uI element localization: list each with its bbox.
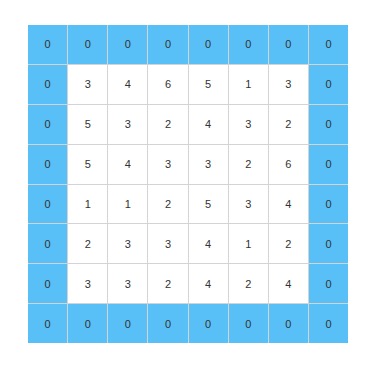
value-cell[interactable]: 6	[269, 145, 308, 184]
value-cell[interactable]: 3	[229, 185, 268, 224]
value-cell[interactable]: 3	[68, 65, 107, 104]
value-cell[interactable]: 3	[189, 145, 228, 184]
padding-cell[interactable]: 0	[309, 304, 348, 343]
value-cell[interactable]: 1	[229, 65, 268, 104]
value-cell[interactable]: 3	[108, 264, 147, 303]
value-cell[interactable]: 1	[108, 185, 147, 224]
padding-cell[interactable]: 0	[28, 105, 67, 144]
value-cell[interactable]: 5	[68, 145, 107, 184]
value-cell[interactable]: 4	[108, 145, 147, 184]
padding-cell[interactable]: 0	[28, 65, 67, 104]
value-cell[interactable]: 3	[148, 224, 187, 263]
padding-cell[interactable]: 0	[28, 224, 67, 263]
padding-cell[interactable]: 0	[309, 145, 348, 184]
padding-cell[interactable]: 0	[189, 304, 228, 343]
page: 0000000003465130053243200543326001125340…	[0, 0, 377, 380]
value-cell[interactable]: 6	[148, 65, 187, 104]
padding-cell[interactable]: 0	[68, 25, 107, 64]
value-cell[interactable]: 4	[108, 65, 147, 104]
value-cell[interactable]: 2	[229, 145, 268, 184]
value-cell[interactable]: 4	[189, 105, 228, 144]
value-cell[interactable]: 2	[148, 105, 187, 144]
padding-cell[interactable]: 0	[309, 25, 348, 64]
value-cell[interactable]: 3	[108, 105, 147, 144]
value-cell[interactable]: 1	[229, 224, 268, 263]
value-cell[interactable]: 5	[189, 65, 228, 104]
padding-cell[interactable]: 0	[229, 304, 268, 343]
puzzle-grid: 0000000003465130053243200543326001125340…	[28, 25, 348, 343]
padding-cell[interactable]: 0	[28, 145, 67, 184]
value-cell[interactable]: 2	[269, 105, 308, 144]
padding-cell[interactable]: 0	[309, 264, 348, 303]
padding-cell[interactable]: 0	[108, 25, 147, 64]
padding-cell[interactable]: 0	[28, 304, 67, 343]
padding-cell[interactable]: 0	[148, 304, 187, 343]
value-cell[interactable]: 2	[229, 264, 268, 303]
padding-cell[interactable]: 0	[309, 105, 348, 144]
padding-cell[interactable]: 0	[309, 224, 348, 263]
value-cell[interactable]: 4	[189, 224, 228, 263]
padding-cell[interactable]: 0	[309, 185, 348, 224]
value-cell[interactable]: 5	[68, 105, 107, 144]
value-cell[interactable]: 3	[68, 264, 107, 303]
padding-cell[interactable]: 0	[148, 25, 187, 64]
value-cell[interactable]: 2	[148, 185, 187, 224]
value-cell[interactable]: 4	[269, 264, 308, 303]
value-cell[interactable]: 3	[229, 105, 268, 144]
padding-cell[interactable]: 0	[68, 304, 107, 343]
value-cell[interactable]: 3	[148, 145, 187, 184]
value-cell[interactable]: 2	[269, 224, 308, 263]
padding-cell[interactable]: 0	[309, 65, 348, 104]
padding-cell[interactable]: 0	[28, 185, 67, 224]
padding-cell[interactable]: 0	[269, 25, 308, 64]
value-cell[interactable]: 3	[108, 224, 147, 263]
value-cell[interactable]: 4	[269, 185, 308, 224]
padding-cell[interactable]: 0	[28, 264, 67, 303]
padding-cell[interactable]: 0	[189, 25, 228, 64]
padding-cell[interactable]: 0	[28, 25, 67, 64]
value-cell[interactable]: 5	[189, 185, 228, 224]
padding-cell[interactable]: 0	[229, 25, 268, 64]
padding-cell[interactable]: 0	[108, 304, 147, 343]
value-cell[interactable]: 1	[68, 185, 107, 224]
padding-cell[interactable]: 0	[269, 304, 308, 343]
value-cell[interactable]: 4	[189, 264, 228, 303]
value-cell[interactable]: 2	[148, 264, 187, 303]
value-cell[interactable]: 2	[68, 224, 107, 263]
value-cell[interactable]: 3	[269, 65, 308, 104]
